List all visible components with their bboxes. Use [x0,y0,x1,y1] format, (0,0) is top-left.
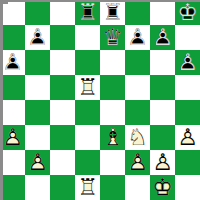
window-border-corner [0,0,8,4]
black-pawn[interactable]: ♟♙ [150,25,175,50]
square-d5[interactable]: ♜♖ [75,75,100,100]
square-c8[interactable] [50,0,75,25]
square-h3[interactable]: ♟♙ [175,125,200,150]
piece-outline-glyph: ♔ [150,175,175,200]
piece-outline-glyph: ♙ [175,125,200,150]
white-knight[interactable]: ♞♘ [125,125,150,150]
square-b2[interactable]: ♟♙ [25,150,50,175]
square-c4[interactable] [50,100,75,125]
square-d4[interactable] [75,100,100,125]
white-pawn[interactable]: ♟♙ [25,150,50,175]
square-g8[interactable] [150,0,175,25]
chess-board: ♜♖♜♖♚♔♟♙♛♕♟♙♟♙♟♙♟♙♜♖♟♙♝♗♞♘♟♙♟♙♟♙♟♙♜♖♚♔ [0,0,200,200]
piece-outline-glyph: ♕ [100,25,125,50]
square-a4[interactable] [0,100,25,125]
piece-outline-glyph: ♙ [25,25,50,50]
square-d7[interactable] [75,25,100,50]
square-g6[interactable] [150,50,175,75]
square-g1[interactable]: ♚♔ [150,175,175,200]
square-b6[interactable] [25,50,50,75]
square-c2[interactable] [50,150,75,175]
square-b8[interactable] [25,0,50,25]
square-d6[interactable] [75,50,100,75]
piece-outline-glyph: ♖ [75,175,100,200]
black-pawn[interactable]: ♟♙ [125,25,150,50]
square-g3[interactable] [150,125,175,150]
piece-outline-glyph: ♖ [100,0,125,25]
square-h1[interactable] [175,175,200,200]
square-a2[interactable] [0,150,25,175]
square-e3[interactable]: ♝♗ [100,125,125,150]
piece-outline-glyph: ♗ [100,125,125,150]
square-a5[interactable] [0,75,25,100]
square-f4[interactable] [125,100,150,125]
square-d1[interactable]: ♜♖ [75,175,100,200]
square-h4[interactable] [175,100,200,125]
piece-outline-glyph: ♙ [175,50,200,75]
square-e4[interactable] [100,100,125,125]
square-c1[interactable] [50,175,75,200]
square-f8[interactable] [125,0,150,25]
square-b3[interactable] [25,125,50,150]
piece-outline-glyph: ♙ [0,125,25,150]
black-rook[interactable]: ♜♖ [75,0,100,25]
square-d3[interactable] [75,125,100,150]
white-pawn[interactable]: ♟♙ [150,150,175,175]
square-g2[interactable]: ♟♙ [150,150,175,175]
square-f7[interactable]: ♟♙ [125,25,150,50]
square-c3[interactable] [50,125,75,150]
white-rook[interactable]: ♜♖ [75,75,100,100]
square-b5[interactable] [25,75,50,100]
square-h2[interactable] [175,150,200,175]
square-a6[interactable]: ♟♙ [0,50,25,75]
square-h7[interactable] [175,25,200,50]
square-e1[interactable] [100,175,125,200]
piece-outline-glyph: ♙ [150,25,175,50]
window-border-left [0,0,3,200]
square-a3[interactable]: ♟♙ [0,125,25,150]
square-h6[interactable]: ♟♙ [175,50,200,75]
square-g5[interactable] [150,75,175,100]
piece-outline-glyph: ♙ [25,150,50,175]
white-bishop[interactable]: ♝♗ [100,125,125,150]
square-e7[interactable]: ♛♕ [100,25,125,50]
black-rook[interactable]: ♜♖ [100,0,125,25]
square-f5[interactable] [125,75,150,100]
black-pawn[interactable]: ♟♙ [25,25,50,50]
square-f3[interactable]: ♞♘ [125,125,150,150]
square-a1[interactable] [0,175,25,200]
piece-outline-glyph: ♖ [75,0,100,25]
square-b1[interactable] [25,175,50,200]
white-pawn[interactable]: ♟♙ [125,150,150,175]
piece-outline-glyph: ♖ [75,75,100,100]
white-king[interactable]: ♚♔ [150,175,175,200]
piece-outline-glyph: ♙ [125,25,150,50]
square-b7[interactable]: ♟♙ [25,25,50,50]
square-e5[interactable] [100,75,125,100]
white-rook[interactable]: ♜♖ [75,175,100,200]
square-a7[interactable] [0,25,25,50]
white-pawn[interactable]: ♟♙ [175,125,200,150]
black-pawn[interactable]: ♟♙ [0,50,25,75]
piece-outline-glyph: ♙ [125,150,150,175]
square-d8[interactable]: ♜♖ [75,0,100,25]
black-pawn[interactable]: ♟♙ [175,50,200,75]
square-c6[interactable] [50,50,75,75]
square-b4[interactable] [25,100,50,125]
black-queen[interactable]: ♛♕ [100,25,125,50]
square-h5[interactable] [175,75,200,100]
square-f1[interactable] [125,175,150,200]
square-e8[interactable]: ♜♖ [100,0,125,25]
piece-outline-glyph: ♔ [175,0,200,25]
window-border-top [0,0,200,2]
square-h8[interactable]: ♚♔ [175,0,200,25]
square-f2[interactable]: ♟♙ [125,150,150,175]
square-f6[interactable] [125,50,150,75]
black-king[interactable]: ♚♔ [175,0,200,25]
square-e2[interactable] [100,150,125,175]
square-g7[interactable]: ♟♙ [150,25,175,50]
piece-outline-glyph: ♙ [0,50,25,75]
square-d2[interactable] [75,150,100,175]
square-g4[interactable] [150,100,175,125]
square-c5[interactable] [50,75,75,100]
piece-outline-glyph: ♘ [125,125,150,150]
piece-outline-glyph: ♙ [150,150,175,175]
white-pawn[interactable]: ♟♙ [0,125,25,150]
square-e6[interactable] [100,50,125,75]
square-c7[interactable] [50,25,75,50]
